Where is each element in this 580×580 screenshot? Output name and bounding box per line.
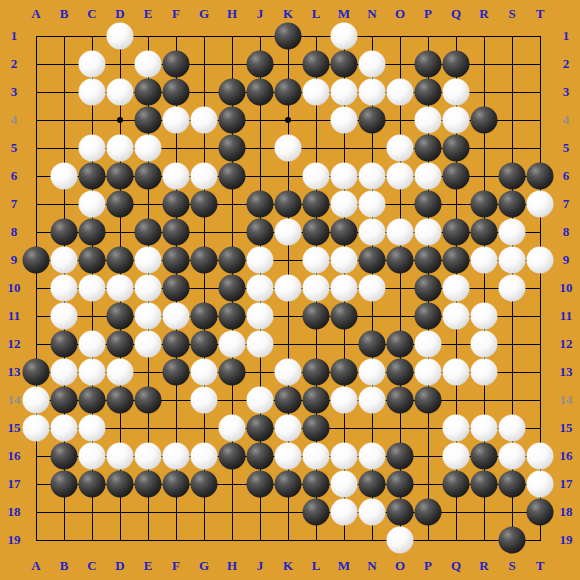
black-stone-K14[interactable] [275,387,302,414]
white-stone-A15[interactable] [23,415,50,442]
column-label-bottom-D: D [115,558,124,574]
black-stone-J7[interactable] [247,191,274,218]
column-label-top-F: F [172,6,180,22]
white-stone-M10[interactable] [331,275,358,302]
column-label-bottom-E: E [144,558,153,574]
black-stone-P10[interactable] [415,275,442,302]
white-stone-Q16[interactable] [443,443,470,470]
white-stone-R13[interactable] [471,359,498,386]
white-stone-K5[interactable] [275,135,302,162]
black-stone-J17[interactable] [247,471,274,498]
row-label-left-1: 1 [11,28,18,44]
column-label-top-D: D [115,6,124,22]
white-stone-H12[interactable] [219,331,246,358]
black-stone-S19[interactable] [499,527,526,554]
black-stone-D12[interactable] [107,331,134,358]
black-stone-B14[interactable] [51,387,78,414]
black-stone-Q2[interactable] [443,51,470,78]
column-label-bottom-O: O [395,558,405,574]
column-label-top-O: O [395,6,405,22]
black-stone-M2[interactable] [331,51,358,78]
black-stone-D17[interactable] [107,471,134,498]
white-stone-P8[interactable] [415,219,442,246]
black-stone-P14[interactable] [415,387,442,414]
white-stone-C15[interactable] [79,415,106,442]
column-label-top-M: M [338,6,350,22]
black-stone-J16[interactable] [247,443,274,470]
white-stone-E16[interactable] [135,443,162,470]
black-stone-E4[interactable] [135,107,162,134]
column-label-bottom-H: H [227,558,237,574]
column-label-top-Q: Q [451,6,461,22]
black-stone-H3[interactable] [219,79,246,106]
black-stone-K1[interactable] [275,23,302,50]
black-stone-N9[interactable] [359,247,386,274]
black-stone-F3[interactable] [163,79,190,106]
white-stone-O6[interactable] [387,163,414,190]
black-stone-E17[interactable] [135,471,162,498]
white-stone-J14[interactable] [247,387,274,414]
black-stone-T6[interactable] [527,163,554,190]
black-stone-D9[interactable] [107,247,134,274]
column-label-top-E: E [144,6,153,22]
black-stone-H6[interactable] [219,163,246,190]
white-stone-M4[interactable] [331,107,358,134]
black-stone-O17[interactable] [387,471,414,498]
hoshi-point-K4 [285,117,291,123]
black-stone-G17[interactable] [191,471,218,498]
row-label-right-7: 7 [563,196,570,212]
go-board[interactable]: AABBCCDDEEFFGGHHJJKKLLMMNNOOPPQQRRSSTT11… [0,0,580,580]
row-label-left-9: 9 [11,252,18,268]
black-stone-J3[interactable] [247,79,274,106]
black-stone-D11[interactable] [107,303,134,330]
black-stone-D6[interactable] [107,163,134,190]
black-stone-N12[interactable] [359,331,386,358]
black-stone-S7[interactable] [499,191,526,218]
row-label-left-13: 13 [8,364,21,380]
black-stone-O13[interactable] [387,359,414,386]
black-stone-E6[interactable] [135,163,162,190]
column-label-bottom-N: N [367,558,376,574]
row-label-right-2: 2 [563,56,570,72]
white-stone-L9[interactable] [303,247,330,274]
row-label-right-13: 13 [560,364,573,380]
black-stone-Q5[interactable] [443,135,470,162]
white-stone-K16[interactable] [275,443,302,470]
black-stone-F13[interactable] [163,359,190,386]
white-stone-P13[interactable] [415,359,442,386]
white-stone-F4[interactable] [163,107,190,134]
black-stone-N4[interactable] [359,107,386,134]
white-stone-E5[interactable] [135,135,162,162]
white-stone-S8[interactable] [499,219,526,246]
white-stone-K15[interactable] [275,415,302,442]
white-stone-D13[interactable] [107,359,134,386]
white-stone-P4[interactable] [415,107,442,134]
black-stone-E14[interactable] [135,387,162,414]
white-stone-A14[interactable] [23,387,50,414]
black-stone-L11[interactable] [303,303,330,330]
black-stone-R8[interactable] [471,219,498,246]
white-stone-G13[interactable] [191,359,218,386]
white-stone-D10[interactable] [107,275,134,302]
black-stone-H13[interactable] [219,359,246,386]
row-label-right-16: 16 [560,448,573,464]
row-label-left-2: 2 [11,56,18,72]
row-label-right-6: 6 [563,168,570,184]
row-label-left-5: 5 [11,140,18,156]
row-label-right-1: 1 [563,28,570,44]
white-stone-D1[interactable] [107,23,134,50]
row-label-left-15: 15 [8,420,21,436]
black-stone-F12[interactable] [163,331,190,358]
column-label-bottom-L: L [312,558,321,574]
white-stone-F6[interactable] [163,163,190,190]
black-stone-Q6[interactable] [443,163,470,190]
white-stone-B15[interactable] [51,415,78,442]
white-stone-Q10[interactable] [443,275,470,302]
black-stone-G7[interactable] [191,191,218,218]
white-stone-S15[interactable] [499,415,526,442]
white-stone-C3[interactable] [79,79,106,106]
white-stone-K10[interactable] [275,275,302,302]
white-stone-N14[interactable] [359,387,386,414]
row-label-left-11: 11 [8,308,20,324]
white-stone-C2[interactable] [79,51,106,78]
white-stone-M1[interactable] [331,23,358,50]
white-stone-Q4[interactable] [443,107,470,134]
black-stone-M8[interactable] [331,219,358,246]
black-stone-R4[interactable] [471,107,498,134]
column-label-top-N: N [367,6,376,22]
white-stone-Q13[interactable] [443,359,470,386]
white-stone-Q11[interactable] [443,303,470,330]
black-stone-Q17[interactable] [443,471,470,498]
white-stone-M16[interactable] [331,443,358,470]
white-stone-D16[interactable] [107,443,134,470]
row-label-left-19: 19 [8,532,21,548]
black-stone-O14[interactable] [387,387,414,414]
white-stone-N16[interactable] [359,443,386,470]
white-stone-E10[interactable] [135,275,162,302]
black-stone-L18[interactable] [303,499,330,526]
column-label-bottom-K: K [283,558,293,574]
column-label-bottom-B: B [60,558,69,574]
white-stone-E2[interactable] [135,51,162,78]
white-stone-D5[interactable] [107,135,134,162]
black-stone-P7[interactable] [415,191,442,218]
column-label-top-H: H [227,6,237,22]
row-label-right-12: 12 [560,336,573,352]
white-stone-N8[interactable] [359,219,386,246]
white-stone-Q3[interactable] [443,79,470,106]
white-stone-L3[interactable] [303,79,330,106]
white-stone-M6[interactable] [331,163,358,190]
row-label-right-14: 14 [560,392,573,408]
white-stone-K13[interactable] [275,359,302,386]
column-label-bottom-M: M [338,558,350,574]
row-label-right-17: 17 [560,476,573,492]
black-stone-S6[interactable] [499,163,526,190]
white-stone-H15[interactable] [219,415,246,442]
white-stone-K8[interactable] [275,219,302,246]
white-stone-B6[interactable] [51,163,78,190]
column-label-bottom-Q: Q [451,558,461,574]
black-stone-B12[interactable] [51,331,78,358]
column-label-top-B: B [60,6,69,22]
column-label-bottom-J: J [257,558,264,574]
white-stone-C10[interactable] [79,275,106,302]
white-stone-G14[interactable] [191,387,218,414]
white-stone-N3[interactable] [359,79,386,106]
white-stone-M9[interactable] [331,247,358,274]
black-stone-O16[interactable] [387,443,414,470]
white-stone-D3[interactable] [107,79,134,106]
white-stone-N18[interactable] [359,499,386,526]
white-stone-R12[interactable] [471,331,498,358]
black-stone-F8[interactable] [163,219,190,246]
black-stone-A13[interactable] [23,359,50,386]
black-stone-L13[interactable] [303,359,330,386]
black-stone-K3[interactable] [275,79,302,106]
white-stone-C7[interactable] [79,191,106,218]
column-label-bottom-S: S [508,558,515,574]
white-stone-O5[interactable] [387,135,414,162]
black-stone-G11[interactable] [191,303,218,330]
white-stone-S16[interactable] [499,443,526,470]
white-stone-C13[interactable] [79,359,106,386]
black-stone-P11[interactable] [415,303,442,330]
black-stone-O9[interactable] [387,247,414,274]
white-stone-N6[interactable] [359,163,386,190]
white-stone-Q15[interactable] [443,415,470,442]
white-stone-R15[interactable] [471,415,498,442]
black-stone-R17[interactable] [471,471,498,498]
white-stone-E9[interactable] [135,247,162,274]
white-stone-C16[interactable] [79,443,106,470]
black-stone-C14[interactable] [79,387,106,414]
black-stone-E8[interactable] [135,219,162,246]
black-stone-G9[interactable] [191,247,218,274]
black-stone-Q9[interactable] [443,247,470,274]
white-stone-C5[interactable] [79,135,106,162]
row-label-right-9: 9 [563,252,570,268]
white-stone-E11[interactable] [135,303,162,330]
white-stone-M17[interactable] [331,471,358,498]
column-label-top-J: J [257,6,264,22]
white-stone-T9[interactable] [527,247,554,274]
white-stone-C12[interactable] [79,331,106,358]
black-stone-P2[interactable] [415,51,442,78]
white-stone-T7[interactable] [527,191,554,218]
black-stone-L2[interactable] [303,51,330,78]
black-stone-O18[interactable] [387,499,414,526]
row-label-left-8: 8 [11,224,18,240]
column-label-bottom-C: C [87,558,96,574]
row-label-left-3: 3 [11,84,18,100]
black-stone-L8[interactable] [303,219,330,246]
row-label-right-8: 8 [563,224,570,240]
column-label-top-L: L [312,6,321,22]
column-label-bottom-A: A [31,558,40,574]
black-stone-R16[interactable] [471,443,498,470]
black-stone-F9[interactable] [163,247,190,274]
row-label-left-18: 18 [8,504,21,520]
white-stone-G4[interactable] [191,107,218,134]
black-stone-P3[interactable] [415,79,442,106]
black-stone-F7[interactable] [163,191,190,218]
black-stone-O12[interactable] [387,331,414,358]
black-stone-F10[interactable] [163,275,190,302]
black-stone-A9[interactable] [23,247,50,274]
white-stone-M18[interactable] [331,499,358,526]
black-stone-D14[interactable] [107,387,134,414]
white-stone-O3[interactable] [387,79,414,106]
black-stone-L17[interactable] [303,471,330,498]
black-stone-J2[interactable] [247,51,274,78]
black-stone-F2[interactable] [163,51,190,78]
white-stone-J12[interactable] [247,331,274,358]
white-stone-T16[interactable] [527,443,554,470]
black-stone-H4[interactable] [219,107,246,134]
black-stone-S17[interactable] [499,471,526,498]
black-stone-G12[interactable] [191,331,218,358]
black-stone-D7[interactable] [107,191,134,218]
black-stone-H11[interactable] [219,303,246,330]
black-stone-E3[interactable] [135,79,162,106]
column-label-top-P: P [424,6,432,22]
white-stone-O8[interactable] [387,219,414,246]
black-stone-H16[interactable] [219,443,246,470]
row-label-right-10: 10 [560,280,573,296]
row-label-right-4: 4 [563,112,570,128]
column-label-bottom-F: F [172,558,180,574]
column-label-bottom-G: G [199,558,209,574]
white-stone-R11[interactable] [471,303,498,330]
black-stone-L14[interactable] [303,387,330,414]
white-stone-J11[interactable] [247,303,274,330]
black-stone-M13[interactable] [331,359,358,386]
black-stone-P9[interactable] [415,247,442,274]
column-label-bottom-T: T [536,558,545,574]
black-stone-B17[interactable] [51,471,78,498]
black-stone-L15[interactable] [303,415,330,442]
white-stone-G16[interactable] [191,443,218,470]
black-stone-H5[interactable] [219,135,246,162]
row-label-right-18: 18 [560,504,573,520]
black-stone-N17[interactable] [359,471,386,498]
white-stone-B13[interactable] [51,359,78,386]
white-stone-L10[interactable] [303,275,330,302]
column-label-bottom-R: R [479,558,488,574]
white-stone-E12[interactable] [135,331,162,358]
white-stone-L16[interactable] [303,443,330,470]
black-stone-L7[interactable] [303,191,330,218]
column-label-top-C: C [87,6,96,22]
black-stone-C17[interactable] [79,471,106,498]
white-stone-R9[interactable] [471,247,498,274]
row-label-left-12: 12 [8,336,21,352]
black-stone-K7[interactable] [275,191,302,218]
white-stone-M14[interactable] [331,387,358,414]
row-label-right-5: 5 [563,140,570,156]
white-stone-L6[interactable] [303,163,330,190]
row-label-left-6: 6 [11,168,18,184]
black-stone-F17[interactable] [163,471,190,498]
black-stone-M11[interactable] [331,303,358,330]
white-stone-B11[interactable] [51,303,78,330]
column-label-bottom-P: P [424,558,432,574]
black-stone-P18[interactable] [415,499,442,526]
white-stone-N7[interactable] [359,191,386,218]
row-label-right-11: 11 [560,308,572,324]
row-label-left-7: 7 [11,196,18,212]
black-stone-J15[interactable] [247,415,274,442]
white-stone-N2[interactable] [359,51,386,78]
black-stone-C6[interactable] [79,163,106,190]
white-stone-M7[interactable] [331,191,358,218]
black-stone-C9[interactable] [79,247,106,274]
black-stone-T18[interactable] [527,499,554,526]
column-label-top-G: G [199,6,209,22]
black-stone-R7[interactable] [471,191,498,218]
white-stone-G6[interactable] [191,163,218,190]
black-stone-B8[interactable] [51,219,78,246]
hoshi-point-D4 [117,117,123,123]
row-label-left-10: 10 [8,280,21,296]
row-label-left-14: 14 [8,392,21,408]
column-label-top-A: A [31,6,40,22]
white-stone-N13[interactable] [359,359,386,386]
black-stone-P5[interactable] [415,135,442,162]
white-stone-J10[interactable] [247,275,274,302]
row-label-right-15: 15 [560,420,573,436]
white-stone-S9[interactable] [499,247,526,274]
black-stone-C8[interactable] [79,219,106,246]
column-label-top-K: K [283,6,293,22]
white-stone-T17[interactable] [527,471,554,498]
row-label-left-4: 4 [11,112,18,128]
column-label-top-T: T [536,6,545,22]
white-stone-O19[interactable] [387,527,414,554]
row-label-right-19: 19 [560,532,573,548]
white-stone-J9[interactable] [247,247,274,274]
black-stone-H9[interactable] [219,247,246,274]
white-stone-P6[interactable] [415,163,442,190]
white-stone-F11[interactable] [163,303,190,330]
black-stone-B16[interactable] [51,443,78,470]
white-stone-F16[interactable] [163,443,190,470]
black-stone-Q8[interactable] [443,219,470,246]
white-stone-S10[interactable] [499,275,526,302]
black-stone-J8[interactable] [247,219,274,246]
white-stone-B9[interactable] [51,247,78,274]
row-label-right-3: 3 [563,84,570,100]
column-label-top-R: R [479,6,488,22]
black-stone-K17[interactable] [275,471,302,498]
row-label-left-17: 17 [8,476,21,492]
column-label-top-S: S [508,6,515,22]
white-stone-N10[interactable] [359,275,386,302]
white-stone-B10[interactable] [51,275,78,302]
black-stone-H10[interactable] [219,275,246,302]
row-label-left-16: 16 [8,448,21,464]
white-stone-P12[interactable] [415,331,442,358]
white-stone-M3[interactable] [331,79,358,106]
